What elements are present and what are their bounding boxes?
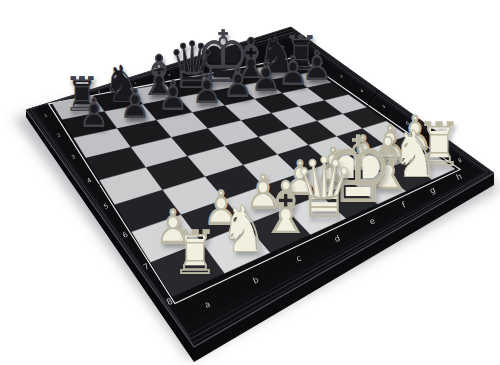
- piece-glyph-detail: ♙: [191, 69, 222, 110]
- piece-black-pawn[interactable]: ♟♙: [251, 57, 282, 98]
- piece-black-pawn[interactable]: ♟♙: [191, 69, 222, 110]
- piece-white-rook[interactable]: ♜♖: [172, 223, 218, 285]
- piece-glyph-detail: ♙: [251, 57, 282, 98]
- piece-glyph-detail: ♙: [222, 63, 253, 104]
- piece-white-knight[interactable]: ♞♘: [219, 197, 269, 263]
- piece-glyph-detail: ♙: [157, 76, 188, 117]
- piece-black-pawn[interactable]: ♟♙: [120, 84, 151, 125]
- piece-glyph-detail: ♙: [277, 51, 308, 92]
- piece-black-pawn[interactable]: ♟♙: [222, 63, 253, 104]
- piece-glyph-detail: ♘: [219, 197, 269, 263]
- chess-set-photo: aa11bb22cc33dd44ee55ff66gg77hh88 ♜♖♞♘♝♗♟…: [0, 0, 500, 365]
- piece-glyph-detail: ♖: [172, 223, 218, 285]
- pieces-layer: ♜♖♞♘♝♗♟♙♚♔♟♙♛♕♟♙♝♗♟♙♞♘♟♙♜♖♟♙♟♙♟♙♟♙♟♙♜♖♟♙…: [0, 0, 500, 365]
- piece-black-pawn[interactable]: ♟♙: [157, 76, 188, 117]
- piece-black-pawn[interactable]: ♟♙: [277, 51, 308, 92]
- piece-glyph-detail: ♙: [78, 93, 109, 134]
- piece-black-pawn[interactable]: ♟♙: [78, 93, 109, 134]
- piece-glyph-detail: ♙: [120, 84, 151, 125]
